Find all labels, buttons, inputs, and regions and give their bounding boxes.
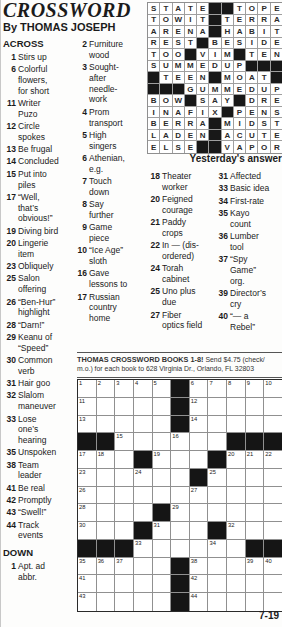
- answer-cell-r6c8: P: [234, 61, 246, 73]
- cell-number: 43: [79, 593, 85, 600]
- grid-cell-r2c10[interactable]: [246, 398, 265, 416]
- clue-across-28: 28“Darn!”: [3, 320, 72, 331]
- clue-number: 34: [215, 196, 228, 207]
- clue-text: Stirs up: [18, 52, 47, 62]
- grid-cell-r5c8: [208, 451, 227, 469]
- grid-cell-r10c4[interactable]: 33: [134, 540, 153, 558]
- cell-number: 27: [191, 487, 197, 494]
- answer-cell-r11c1: B: [148, 118, 160, 130]
- answer-cell-r10c6: X: [209, 107, 221, 119]
- clue-number: 6: [74, 153, 87, 164]
- answer-cell-r2c5: T: [197, 15, 209, 27]
- grid-cell-r9c7[interactable]: [190, 522, 209, 540]
- grid-cell-r11c5[interactable]: [153, 558, 172, 576]
- down-header: DOWN: [3, 548, 72, 559]
- grid-cell-r8c4[interactable]: [134, 504, 153, 522]
- answer-cell-r13c3: S: [173, 141, 185, 153]
- answer-cell-r9c5: S: [197, 95, 209, 107]
- cell-number: 8: [228, 380, 231, 387]
- grid-cell-r5c1[interactable]: 17: [78, 451, 97, 469]
- clue-across-20: 20Lingerie item: [3, 238, 72, 260]
- books-ad: THOMAS CROSSWORD BOOKS 1-8! Send $4.75 (…: [77, 352, 282, 378]
- answer-cell-r12c8: C: [234, 130, 246, 142]
- clue-number: 20: [3, 238, 16, 249]
- grid-cell-r7c7[interactable]: 27: [190, 487, 209, 505]
- grid-cell-r1c10[interactable]: 9: [246, 380, 265, 398]
- grid-cell-r2c3[interactable]: [115, 398, 134, 416]
- answer-cell-r10c9: E: [246, 107, 258, 119]
- answer-cell-r2c10: R: [258, 15, 270, 27]
- grid-cell-r3c8[interactable]: [208, 416, 227, 434]
- grid-cell-r5c11[interactable]: 22: [264, 451, 282, 469]
- grid-cell-r7c4[interactable]: [134, 487, 153, 505]
- grid-cell-r12c9[interactable]: [227, 575, 246, 593]
- answer-cell-r11c5: A: [197, 118, 209, 130]
- clue-text: Common verb: [18, 355, 52, 376]
- clue-down-35: 35Kayo count: [215, 208, 282, 230]
- grid-cell-r9c11[interactable]: [264, 522, 282, 540]
- grid-cell-r12c3[interactable]: [115, 575, 134, 593]
- answer-cell-r3c9: B: [246, 26, 258, 38]
- clue-down-3: 3Sought- after needle- work: [74, 62, 142, 105]
- grid-cell-r11c1[interactable]: 35: [78, 558, 97, 576]
- answer-cell-r2c9: R: [246, 15, 258, 27]
- yesterday-answer-grid: STATETOPETOWITTERRAARENAHABITRESTBESIDET…: [147, 2, 282, 154]
- cell-number: 37: [116, 558, 122, 565]
- answer-cell-r1c2: T: [160, 3, 172, 15]
- grid-cell-r1c4[interactable]: 4: [134, 380, 153, 398]
- grid-cell-r8c7[interactable]: [190, 504, 209, 522]
- clue-column-4: 31Affected33Basic idea34First-rate35Kayo…: [215, 171, 282, 334]
- grid-cell-r10c6[interactable]: [171, 540, 190, 558]
- grid-cell-r8c6[interactable]: 29: [171, 504, 190, 522]
- grid-cell-r9c5[interactable]: 31: [153, 522, 172, 540]
- grid-cell-r13c7[interactable]: 44: [190, 593, 209, 611]
- grid-cell-r2c5[interactable]: [153, 398, 172, 416]
- grid-cell-r7c1[interactable]: 26: [78, 487, 97, 505]
- answer-cell-r8c1: [148, 84, 160, 96]
- grid-cell-r4c2: [97, 433, 116, 451]
- cell-number: 5: [154, 380, 157, 387]
- grid-cell-r3c1[interactable]: 13: [78, 416, 97, 434]
- grid-cell-r8c2[interactable]: [97, 504, 116, 522]
- grid-cell-r7c6[interactable]: [171, 487, 190, 505]
- answer-cell-r5c1: T: [148, 49, 160, 61]
- answer-cell-r1c6: [209, 3, 221, 15]
- answer-cell-r11c9: D: [246, 118, 258, 130]
- cell-number: 12: [191, 398, 197, 405]
- answer-cell-r4c1: R: [148, 38, 160, 50]
- clue-across-32: 32Slalom maneuver: [3, 390, 72, 412]
- answer-cell-r8c9: D: [246, 84, 258, 96]
- answer-cell-r11c3: R: [173, 118, 185, 130]
- clue-number: 30: [3, 355, 16, 366]
- grid-cell-r8c1[interactable]: 28: [78, 504, 97, 522]
- grid-cell-r13c11[interactable]: [264, 593, 282, 611]
- grid-cell-r1c7[interactable]: 6: [190, 380, 209, 398]
- grid-cell-r5c3[interactable]: [115, 451, 134, 469]
- grid-cell-r2c1[interactable]: 11: [78, 398, 97, 416]
- answer-cell-r5c2: O: [160, 49, 172, 61]
- grid-cell-r3c6: [171, 416, 190, 434]
- grid-cell-r11c3[interactable]: 37: [115, 558, 134, 576]
- answer-cell-r10c4: F: [185, 107, 197, 119]
- crossword-page: CROSSWORD By THOMAS JOSEPH ACROSS1Stirs …: [0, 0, 282, 627]
- answer-cell-r1c5: E: [197, 3, 209, 15]
- clue-text: Be frugal: [18, 144, 52, 154]
- clue-text: “— a Rebel”: [230, 311, 255, 332]
- clue-down-10: 10“Ice Age” sloth: [74, 245, 142, 267]
- grid-cell-r1c9[interactable]: 8: [227, 380, 246, 398]
- grid-cell-r9c10[interactable]: [246, 522, 265, 540]
- grid-cell-r11c11[interactable]: 40: [264, 558, 282, 576]
- grid-cell-r9c1[interactable]: 30: [78, 522, 97, 540]
- cell-number: 9: [247, 380, 250, 387]
- grid-cell-r12c2[interactable]: [97, 575, 116, 593]
- answer-cell-r2c6: [209, 15, 221, 27]
- clue-number: 12: [3, 121, 16, 132]
- cell-number: 35: [79, 558, 85, 565]
- clue-down-5: 5High singers: [74, 130, 142, 152]
- clue-number: 16: [74, 268, 87, 279]
- grid-cell-r11c2[interactable]: 36: [97, 558, 116, 576]
- answer-cell-r1c8: T: [234, 3, 246, 15]
- grid-cell-r7c3[interactable]: [115, 487, 134, 505]
- answer-cell-r6c11: [271, 61, 282, 73]
- grid-cell-r1c2[interactable]: 2: [97, 380, 116, 398]
- clue-across-17: 17“Well, that’s obvious!”: [3, 192, 72, 224]
- cell-number: 42: [191, 575, 197, 582]
- clue-number: 14: [3, 156, 16, 167]
- grid-cell-r4c3[interactable]: 15: [115, 433, 134, 451]
- clue-text: “Swell!”: [18, 507, 46, 517]
- answer-cell-r9c4: [185, 95, 197, 107]
- clue-number: 29: [3, 332, 16, 343]
- answer-cell-r11c11: T: [271, 118, 282, 130]
- clue-column-1: ACROSS1Stirs up6Colorful flowers, for sh…: [3, 39, 72, 584]
- grid-cell-r2c4[interactable]: [134, 398, 153, 416]
- clue-text: Put into piles: [18, 169, 47, 190]
- cell-number: 30: [79, 522, 85, 529]
- clue-across-35: 35Unspoken: [3, 447, 72, 458]
- answer-cell-r3c1: A: [148, 26, 160, 38]
- answer-cell-r8c10: U: [258, 84, 270, 96]
- answer-cell-r9c1: B: [148, 95, 160, 107]
- answer-cell-r1c7: [222, 3, 234, 15]
- answer-cell-r1c3: A: [173, 3, 185, 15]
- grid-cell-r7c8[interactable]: [208, 487, 227, 505]
- clue-down-36: 36Lumber tool: [215, 231, 282, 253]
- answer-cell-r5c7: M: [222, 49, 234, 61]
- answer-cell-r11c7: M: [222, 118, 234, 130]
- yesterday-answer-label: Yesterday's answer: [142, 153, 282, 164]
- grid-cell-r11c9[interactable]: [227, 558, 246, 576]
- clue-text: “Darn!”: [18, 320, 44, 330]
- grid-cell-r13c1[interactable]: 43: [78, 593, 97, 611]
- grid-cell-r11c7[interactable]: 38: [190, 558, 209, 576]
- grid-cell-r1c8[interactable]: 7: [208, 380, 227, 398]
- clue-text: Theater worker: [162, 171, 191, 192]
- byline: By THOMAS JOSEPH: [3, 21, 115, 33]
- clue-across-42: 42Promptly: [3, 495, 72, 506]
- grid-cell-r12c11[interactable]: [264, 575, 282, 593]
- grid-cell-r6c7: [190, 469, 209, 487]
- grid-cell-r8c10[interactable]: [246, 504, 265, 522]
- answer-cell-r11c4: R: [185, 118, 197, 130]
- answer-cell-r7c1: [148, 72, 160, 84]
- answer-cell-r4c8: S: [234, 38, 246, 50]
- clue-number: 24: [147, 263, 160, 274]
- cell-number: 25: [209, 469, 215, 476]
- grid-cell-r4c5[interactable]: [153, 433, 172, 451]
- clue-down-39: 39Director’s cry: [215, 288, 282, 310]
- clue-down-24: 24Torah cabinet: [147, 263, 213, 285]
- grid-cell-r3c7[interactable]: 14: [190, 416, 209, 434]
- grid-cell-r12c10[interactable]: [246, 575, 265, 593]
- grid-cell-r11c4[interactable]: [134, 558, 153, 576]
- grid-cell-r2c11[interactable]: [264, 398, 282, 416]
- grid-cell-r8c9[interactable]: [227, 504, 246, 522]
- grid-cell-r12c4[interactable]: [134, 575, 153, 593]
- clue-text: Paddy crops: [162, 217, 186, 238]
- grid-cell-r4c6[interactable]: 16: [171, 433, 190, 451]
- grid-cell-r4c9: [227, 433, 246, 451]
- clue-text: “Ice Age” sloth: [89, 245, 123, 266]
- grid-cell-r7c11[interactable]: [264, 487, 282, 505]
- grid-cell-r8c3[interactable]: [115, 504, 134, 522]
- clue-number: 25: [147, 286, 160, 297]
- grid-cell-r1c5[interactable]: 5: [153, 380, 172, 398]
- answer-cell-r6c2: U: [160, 61, 172, 73]
- grid-cell-r2c7[interactable]: 12: [190, 398, 209, 416]
- clue-down-2: 2Furniture wood: [74, 39, 142, 61]
- answer-cell-r3c8: A: [234, 26, 246, 38]
- clue-number: 43: [3, 507, 16, 518]
- cell-number: 19: [154, 451, 160, 458]
- clue-text: Athenian, e.g.: [89, 153, 125, 174]
- grid-cell-r12c5[interactable]: [153, 575, 172, 593]
- clue-number: 4: [74, 107, 87, 118]
- grid-cell-r13c3[interactable]: [115, 593, 134, 611]
- grid-cell-r10c9[interactable]: [227, 540, 246, 558]
- clue-number: 1: [3, 52, 16, 63]
- grid-cell-r2c2[interactable]: [97, 398, 116, 416]
- clue-number: 17: [3, 192, 16, 203]
- answer-cell-r10c3: A: [173, 107, 185, 119]
- grid-cell-r11c6: [171, 558, 190, 576]
- grid-cell-r12c1[interactable]: 41: [78, 575, 97, 593]
- clue-column-3: 18Theater worker20Feigned courage21Paddy…: [147, 171, 213, 333]
- answer-cell-r9c7: Y: [222, 95, 234, 107]
- answer-cell-r8c11: P: [271, 84, 282, 96]
- grid-cell-r5c6[interactable]: [171, 451, 190, 469]
- clue-number: 31: [3, 378, 16, 389]
- grid-cell-r12c6: [171, 575, 190, 593]
- grid-cell-r5c5[interactable]: 19: [153, 451, 172, 469]
- grid-cell-r6c10[interactable]: [246, 469, 265, 487]
- clue-text: Fiber optics field: [162, 310, 202, 331]
- grid-cell-r7c9[interactable]: [227, 487, 246, 505]
- grid-cell-r7c5[interactable]: [153, 487, 172, 505]
- grid-cell-r6c2[interactable]: [97, 469, 116, 487]
- grid-cell-r6c8[interactable]: 25: [208, 469, 227, 487]
- grid-cell-r12c7[interactable]: 42: [190, 575, 209, 593]
- clue-text: Kayo count: [230, 208, 251, 229]
- grid-cell-r7c10[interactable]: [246, 487, 265, 505]
- clue-down-20: 20Feigned courage: [147, 194, 213, 216]
- clue-text: Concluded: [18, 156, 59, 166]
- grid-cell-r13c9[interactable]: [227, 593, 246, 611]
- answer-cell-r1c1: S: [148, 3, 160, 15]
- grid-cell-r3c3[interactable]: [115, 416, 134, 434]
- clue-across-25: 25Salon offering: [3, 273, 72, 295]
- clue-number: 41: [3, 483, 16, 494]
- grid-cell-r13c6: [171, 593, 190, 611]
- grid-cell-r4c10: [246, 433, 265, 451]
- grid-cell-r1c11[interactable]: 10: [264, 380, 282, 398]
- clue-across-38: 38Team leader: [3, 460, 72, 482]
- clue-text: Hair goo: [18, 378, 50, 388]
- clue-down-9: 9Game piece: [74, 222, 142, 244]
- answer-cell-r6c10: [258, 61, 270, 73]
- grid-cell-r13c5[interactable]: [153, 593, 172, 611]
- grid-cell-r12c8[interactable]: [208, 575, 227, 593]
- cell-number: 4: [135, 380, 138, 387]
- answer-cell-r8c4: G: [185, 84, 197, 96]
- grid-cell-r9c6[interactable]: [171, 522, 190, 540]
- grid-cell-r6c11[interactable]: [264, 469, 282, 487]
- grid-cell-r6c5[interactable]: [153, 469, 172, 487]
- grid-cell-r3c5[interactable]: [153, 416, 172, 434]
- grid-cell-r5c7[interactable]: [190, 451, 209, 469]
- answer-cell-r4c4: T: [185, 38, 197, 50]
- clue-across-33: 33Lose one’s hearing: [3, 414, 72, 446]
- grid-cell-r5c2[interactable]: 18: [97, 451, 116, 469]
- clue-number: 3: [74, 62, 87, 73]
- clue-text: First-rate: [230, 196, 264, 206]
- grid-cell-r13c8[interactable]: [208, 593, 227, 611]
- grid-cell-r3c4[interactable]: [134, 416, 153, 434]
- grid-cell-r6c6[interactable]: [171, 469, 190, 487]
- answer-cell-r12c10: T: [258, 130, 270, 142]
- grid-cell-r6c9[interactable]: [227, 469, 246, 487]
- answer-cell-r12c9: U: [246, 130, 258, 142]
- clue-across-19: 19Diving bird: [3, 226, 72, 237]
- grid-cell-r9c3[interactable]: [115, 522, 134, 540]
- cell-number: 33: [135, 540, 141, 547]
- answer-cell-r10c10: N: [258, 107, 270, 119]
- answer-cell-r9c10: R: [258, 95, 270, 107]
- grid-cell-r5c10[interactable]: 21: [246, 451, 265, 469]
- grid-cell-r8c11[interactable]: [264, 504, 282, 522]
- grid-cell-r3c10[interactable]: [246, 416, 265, 434]
- grid-cell-r9c2[interactable]: [97, 522, 116, 540]
- clue-text: “Spy Game” org.: [230, 254, 256, 286]
- answer-cell-r9c8: [234, 95, 246, 107]
- clue-down-6: 6Athenian, e.g.: [74, 153, 142, 175]
- grid-cell-r4c4[interactable]: [134, 433, 153, 451]
- clue-down-37: 37“Spy Game” org.: [215, 254, 282, 286]
- cell-number: 10: [265, 380, 271, 387]
- grid-cell-r4c7[interactable]: [190, 433, 209, 451]
- answer-cell-r4c3: S: [173, 38, 185, 50]
- cell-number: 13: [79, 416, 85, 423]
- clue-column-2: 2Furniture wood3Sought- after needle- wo…: [74, 39, 142, 325]
- answer-cell-r13c7: V: [222, 141, 234, 153]
- grid-cell-r6c3[interactable]: [115, 469, 134, 487]
- grid-cell-r1c3[interactable]: 3: [115, 380, 134, 398]
- answer-cell-r11c10: S: [258, 118, 270, 130]
- clue-text: Obliquely: [18, 261, 53, 271]
- cell-number: 40: [265, 558, 271, 565]
- grid-cell-r4c8[interactable]: [208, 433, 227, 451]
- grid-cell-r13c4[interactable]: [134, 593, 153, 611]
- grid-cell-r1c1[interactable]: 1: [78, 380, 97, 398]
- grid-cell-r5c9[interactable]: 20: [227, 451, 246, 469]
- grid-cell-r10c5[interactable]: [153, 540, 172, 558]
- grid-cell-r2c9[interactable]: [227, 398, 246, 416]
- answer-cell-r9c9: D: [246, 95, 258, 107]
- across-header: ACROSS: [3, 39, 72, 50]
- answer-cell-r13c1: E: [148, 141, 160, 153]
- answer-cell-r4c5: [197, 38, 209, 50]
- clue-number: 13: [3, 144, 16, 155]
- grid-cell-r8c5: [153, 504, 172, 522]
- grid-cell-r13c2[interactable]: [97, 593, 116, 611]
- clue-text: “Ben-Hur” highlight: [18, 297, 55, 318]
- cell-number: 39: [247, 558, 253, 565]
- answer-cell-r8c7: M: [222, 84, 234, 96]
- answer-cell-r12c7: A: [222, 130, 234, 142]
- answer-cell-r12c4: E: [185, 130, 197, 142]
- grid-cell-r9c9[interactable]: 32: [227, 522, 246, 540]
- grid-cell-r2c8[interactable]: [208, 398, 227, 416]
- answer-cell-r6c4: M: [185, 61, 197, 73]
- answer-cell-r8c3: [173, 84, 185, 96]
- clue-text: Lingerie item: [18, 238, 48, 259]
- answer-cell-r3c4: N: [185, 26, 197, 38]
- grid-cell-r6c1[interactable]: 23: [78, 469, 97, 487]
- grid-cell-r11c8[interactable]: [208, 558, 227, 576]
- clue-number: 33: [215, 183, 228, 194]
- grid-cell-r10c7[interactable]: [190, 540, 209, 558]
- answer-cell-r13c4: E: [185, 141, 197, 153]
- answer-cell-r7c9: A: [246, 72, 258, 84]
- grid-cell-r6c4[interactable]: 24: [134, 469, 153, 487]
- grid-cell-r8c8[interactable]: [208, 504, 227, 522]
- answer-cell-r7c3: E: [173, 72, 185, 84]
- clue-down-1: 1Apt. ad abbr.: [3, 561, 72, 583]
- answer-cell-r10c2: N: [160, 107, 172, 119]
- grid-cell-r10c8[interactable]: 34: [208, 540, 227, 558]
- answer-cell-r5c9: T: [246, 49, 258, 61]
- grid-cell-r3c2[interactable]: [97, 416, 116, 434]
- clue-number: 28: [3, 320, 16, 331]
- grid-cell-r3c11[interactable]: [264, 416, 282, 434]
- clue-across-23: 23Obliquely: [3, 261, 72, 272]
- clue-text: Colorful flowers, for short: [18, 64, 49, 96]
- grid-cell-r13c10[interactable]: [246, 593, 265, 611]
- answer-cell-r13c11: R: [271, 141, 282, 153]
- clue-text: Basic idea: [230, 183, 269, 193]
- grid-cell-r7c2[interactable]: [97, 487, 116, 505]
- grid-cell-r11c10[interactable]: 39: [246, 558, 265, 576]
- grid-cell-r3c9[interactable]: [227, 416, 246, 434]
- clue-text: Russian country home: [89, 292, 120, 324]
- clue-across-29: 29Keanu of “Speed”: [3, 332, 72, 354]
- answer-cell-r7c7: M: [222, 72, 234, 84]
- clue-text: Uno plus due: [162, 286, 196, 307]
